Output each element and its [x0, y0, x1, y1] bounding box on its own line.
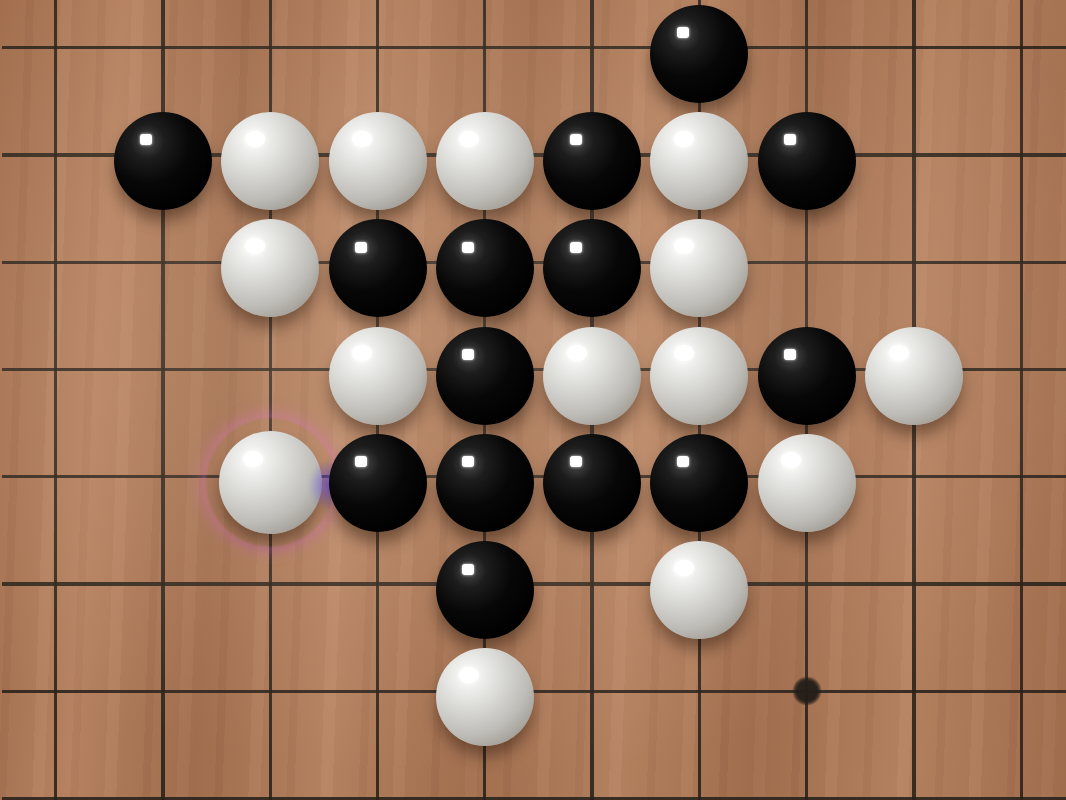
- board-intersection[interactable]: [324, 745, 431, 800]
- board-intersection[interactable]: [860, 423, 967, 530]
- board-intersection[interactable]: [646, 423, 753, 530]
- board-intersection[interactable]: [968, 530, 1066, 637]
- board-intersection[interactable]: [646, 638, 753, 745]
- board-intersection[interactable]: [109, 209, 216, 316]
- board-intersection[interactable]: [646, 0, 753, 101]
- specular-highlight: [140, 134, 152, 145]
- white-stone: [650, 112, 748, 210]
- board-intersection[interactable]: [431, 101, 538, 208]
- star-point-intersection[interactable]: [753, 638, 860, 745]
- board-intersection[interactable]: [217, 745, 324, 800]
- board-intersection[interactable]: [646, 745, 753, 800]
- board-intersection[interactable]: [2, 638, 109, 745]
- go-board: [0, 0, 1066, 800]
- black-stone: [650, 434, 748, 532]
- board-grid: [2, 0, 1066, 800]
- specular-highlight: [355, 242, 367, 253]
- board-intersection[interactable]: [538, 101, 645, 208]
- black-stone: [436, 434, 534, 532]
- black-stone: [329, 219, 427, 317]
- board-intersection[interactable]: [217, 0, 324, 101]
- specular-highlight: [462, 564, 474, 575]
- specular-highlight: [459, 131, 479, 147]
- board-intersection[interactable]: [538, 209, 645, 316]
- board-intersection[interactable]: [860, 0, 967, 101]
- specular-highlight: [352, 131, 372, 147]
- board-intersection[interactable]: [968, 423, 1066, 530]
- specular-highlight: [459, 667, 479, 683]
- board-intersection[interactable]: [109, 316, 216, 423]
- board-intersection[interactable]: [324, 530, 431, 637]
- board-intersection[interactable]: [2, 745, 109, 800]
- white-stone: [221, 112, 319, 210]
- board-intersection[interactable]: [646, 101, 753, 208]
- board-intersection[interactable]: [217, 638, 324, 745]
- board-intersection[interactable]: [324, 638, 431, 745]
- specular-highlight: [674, 345, 694, 361]
- white-stone: [650, 219, 748, 317]
- board-intersection[interactable]: [217, 209, 324, 316]
- board-intersection[interactable]: [646, 316, 753, 423]
- specular-highlight: [674, 560, 694, 576]
- board-intersection[interactable]: [431, 638, 538, 745]
- board-intersection[interactable]: [324, 0, 431, 101]
- board-intersection[interactable]: [753, 423, 860, 530]
- board-intersection[interactable]: [324, 101, 431, 208]
- board-intersection[interactable]: [753, 0, 860, 101]
- black-stone: [436, 327, 534, 425]
- white-stone: [329, 327, 427, 425]
- specular-highlight: [674, 238, 694, 254]
- board-intersection[interactable]: [860, 316, 967, 423]
- specular-highlight: [243, 451, 263, 467]
- board-intersection[interactable]: [860, 638, 967, 745]
- board-intersection[interactable]: [431, 0, 538, 101]
- board-intersection[interactable]: [431, 423, 538, 530]
- black-stone: [758, 327, 856, 425]
- black-stone: [114, 112, 212, 210]
- board-intersection[interactable]: [538, 638, 645, 745]
- board-intersection[interactable]: [217, 316, 324, 423]
- white-stone: [436, 648, 534, 746]
- board-intersection[interactable]: [538, 530, 645, 637]
- specular-highlight: [352, 345, 372, 361]
- white-stone: [543, 327, 641, 425]
- board-intersection[interactable]: [2, 316, 109, 423]
- board-intersection[interactable]: [753, 209, 860, 316]
- board-intersection[interactable]: [968, 0, 1066, 101]
- board-intersection[interactable]: [860, 745, 967, 800]
- black-stone: [436, 219, 534, 317]
- black-stone: [543, 434, 641, 532]
- board-intersection[interactable]: [753, 530, 860, 637]
- board-intersection[interactable]: [324, 423, 431, 530]
- board-intersection[interactable]: [968, 101, 1066, 208]
- board-intersection[interactable]: [2, 0, 109, 101]
- black-stone: [543, 112, 641, 210]
- specular-highlight: [784, 134, 796, 145]
- white-stone: [436, 112, 534, 210]
- board-intersection[interactable]: [538, 423, 645, 530]
- specular-highlight: [570, 242, 582, 253]
- board-intersection[interactable]: [968, 638, 1066, 745]
- board-intersection[interactable]: [753, 316, 860, 423]
- board-intersection[interactable]: [968, 745, 1066, 800]
- board-intersection[interactable]: [538, 0, 645, 101]
- specular-highlight: [462, 242, 474, 253]
- specular-highlight: [567, 345, 587, 361]
- board-intersection[interactable]: [538, 745, 645, 800]
- white-stone: [650, 541, 748, 639]
- board-intersection[interactable]: [2, 209, 109, 316]
- board-intersection[interactable]: [2, 423, 109, 530]
- white-stone: [650, 327, 748, 425]
- white-stone: [221, 219, 319, 317]
- board-intersection[interactable]: [109, 745, 216, 800]
- board-intersection[interactable]: [860, 101, 967, 208]
- board-intersection[interactable]: [2, 101, 109, 208]
- board-intersection[interactable]: [753, 101, 860, 208]
- specular-highlight: [462, 456, 474, 467]
- board-intersection[interactable]: [109, 423, 216, 530]
- specular-highlight: [355, 456, 367, 467]
- black-stone: [436, 541, 534, 639]
- board-intersection[interactable]: [109, 530, 216, 637]
- black-stone: [543, 219, 641, 317]
- board-intersection[interactable]: [860, 209, 967, 316]
- board-intersection[interactable]: [431, 530, 538, 637]
- specular-highlight: [677, 456, 689, 467]
- board-intersection[interactable]: [968, 316, 1066, 423]
- black-stone: [758, 112, 856, 210]
- specular-highlight: [784, 349, 796, 360]
- specular-highlight: [781, 452, 801, 468]
- board-intersection[interactable]: [217, 423, 324, 530]
- board-intersection[interactable]: [217, 101, 324, 208]
- specular-highlight: [674, 131, 694, 147]
- white-stone: [758, 434, 856, 532]
- board-intersection[interactable]: [646, 209, 753, 316]
- board-intersection[interactable]: [431, 745, 538, 800]
- board-intersection[interactable]: [753, 745, 860, 800]
- board-intersection[interactable]: [109, 101, 216, 208]
- board-intersection[interactable]: [431, 316, 538, 423]
- board-intersection[interactable]: [2, 530, 109, 637]
- black-stone: [650, 5, 748, 103]
- board-intersection[interactable]: [109, 0, 216, 101]
- board-intersection[interactable]: [324, 316, 431, 423]
- specular-highlight: [677, 27, 689, 38]
- board-intersection[interactable]: [646, 530, 753, 637]
- board-intersection[interactable]: [109, 638, 216, 745]
- black-stone: [329, 434, 427, 532]
- board-intersection[interactable]: [538, 316, 645, 423]
- board-intersection[interactable]: [324, 209, 431, 316]
- board-intersection[interactable]: [431, 209, 538, 316]
- specular-highlight: [245, 131, 265, 147]
- specular-highlight: [245, 238, 265, 254]
- white-stone: [329, 112, 427, 210]
- specular-highlight: [462, 349, 474, 360]
- white-stone-last-move: [219, 431, 322, 534]
- board-intersection[interactable]: [860, 530, 967, 637]
- board-intersection[interactable]: [968, 209, 1066, 316]
- specular-highlight: [570, 456, 582, 467]
- specular-highlight: [889, 345, 909, 361]
- specular-highlight: [570, 134, 582, 145]
- white-stone: [865, 327, 963, 425]
